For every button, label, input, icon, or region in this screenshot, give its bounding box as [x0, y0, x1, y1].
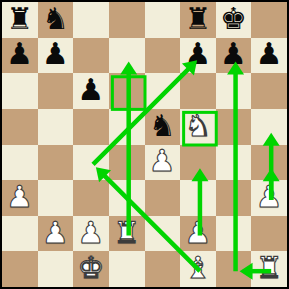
square-g8[interactable]: ♚: [216, 2, 252, 38]
square-c6[interactable]: ♟: [73, 73, 109, 109]
square-e2[interactable]: [145, 216, 181, 252]
board-squares: ♜♞♜♚♟♟♟♟♟♟♞♞♟♟♟♟♟♜♟♚♝♜: [2, 2, 287, 287]
white-pawn-piece[interactable]: ♟: [256, 182, 283, 212]
square-h3[interactable]: ♟: [251, 180, 287, 216]
black-knight-piece[interactable]: ♞: [42, 4, 69, 34]
black-pawn-piece[interactable]: ♟: [256, 39, 283, 69]
white-pawn-piece[interactable]: ♟: [184, 218, 211, 248]
square-e5[interactable]: ♞: [145, 109, 181, 145]
white-pawn-piece[interactable]: ♟: [78, 218, 105, 248]
white-rook-piece[interactable]: ♜: [256, 253, 283, 283]
square-f2[interactable]: ♟: [180, 216, 216, 252]
square-c7[interactable]: [73, 38, 109, 74]
square-g6[interactable]: [216, 73, 252, 109]
square-h6[interactable]: [251, 73, 287, 109]
square-e8[interactable]: [145, 2, 181, 38]
square-a2[interactable]: [2, 216, 38, 252]
black-pawn-piece[interactable]: ♟: [6, 39, 33, 69]
square-g1[interactable]: [216, 251, 252, 287]
square-e6[interactable]: [145, 73, 181, 109]
square-d8[interactable]: [109, 2, 145, 38]
square-b7[interactable]: ♟: [38, 38, 74, 74]
square-b8[interactable]: ♞: [38, 2, 74, 38]
square-d7[interactable]: [109, 38, 145, 74]
black-pawn-piece[interactable]: ♟: [78, 75, 105, 105]
square-d3[interactable]: [109, 180, 145, 216]
white-pawn-piece[interactable]: ♟: [149, 146, 176, 176]
square-h7[interactable]: ♟: [251, 38, 287, 74]
square-a3[interactable]: ♟: [2, 180, 38, 216]
chess-app: ♜♞♜♚♟♟♟♟♟♟♞♞♟♟♟♟♟♜♟♚♝♜: [0, 0, 289, 289]
square-d4[interactable]: [109, 145, 145, 181]
square-c5[interactable]: [73, 109, 109, 145]
square-f7[interactable]: ♟: [180, 38, 216, 74]
square-a4[interactable]: [2, 145, 38, 181]
square-e3[interactable]: [145, 180, 181, 216]
square-f4[interactable]: [180, 145, 216, 181]
square-a5[interactable]: [2, 109, 38, 145]
black-pawn-piece[interactable]: ♟: [42, 39, 69, 69]
square-b3[interactable]: [38, 180, 74, 216]
square-a8[interactable]: ♜: [2, 2, 38, 38]
square-b5[interactable]: [38, 109, 74, 145]
chess-board: ♜♞♜♚♟♟♟♟♟♟♞♞♟♟♟♟♟♜♟♚♝♜: [0, 0, 289, 289]
white-rook-piece[interactable]: ♜: [113, 218, 140, 248]
square-d2[interactable]: ♜: [109, 216, 145, 252]
square-g2[interactable]: [216, 216, 252, 252]
square-a7[interactable]: ♟: [2, 38, 38, 74]
square-c8[interactable]: [73, 2, 109, 38]
square-e4[interactable]: ♟: [145, 145, 181, 181]
white-knight-piece[interactable]: ♞: [184, 111, 211, 141]
square-b2[interactable]: ♟: [38, 216, 74, 252]
square-d6[interactable]: [109, 73, 145, 109]
square-a1[interactable]: [2, 251, 38, 287]
square-f5[interactable]: ♞: [180, 109, 216, 145]
square-f8[interactable]: ♜: [180, 2, 216, 38]
square-b6[interactable]: [38, 73, 74, 109]
square-c1[interactable]: ♚: [73, 251, 109, 287]
square-g4[interactable]: [216, 145, 252, 181]
black-king-piece[interactable]: ♚: [220, 4, 247, 34]
black-knight-piece[interactable]: ♞: [149, 111, 176, 141]
white-bishop-piece[interactable]: ♝: [184, 253, 211, 283]
black-pawn-piece[interactable]: ♟: [184, 39, 211, 69]
square-a6[interactable]: [2, 73, 38, 109]
white-pawn-piece[interactable]: ♟: [42, 218, 69, 248]
square-c2[interactable]: ♟: [73, 216, 109, 252]
square-e7[interactable]: [145, 38, 181, 74]
square-d1[interactable]: [109, 251, 145, 287]
square-b1[interactable]: [38, 251, 74, 287]
square-g3[interactable]: [216, 180, 252, 216]
black-rook-piece[interactable]: ♜: [6, 4, 33, 34]
white-pawn-piece[interactable]: ♟: [6, 182, 33, 212]
black-pawn-piece[interactable]: ♟: [220, 39, 247, 69]
square-h2[interactable]: [251, 216, 287, 252]
square-f6[interactable]: [180, 73, 216, 109]
square-b4[interactable]: [38, 145, 74, 181]
square-h4[interactable]: [251, 145, 287, 181]
square-h1[interactable]: ♜: [251, 251, 287, 287]
black-rook-piece[interactable]: ♜: [184, 4, 211, 34]
square-h8[interactable]: [251, 2, 287, 38]
square-f3[interactable]: [180, 180, 216, 216]
square-d5[interactable]: [109, 109, 145, 145]
white-king-piece[interactable]: ♚: [78, 253, 105, 283]
square-f1[interactable]: ♝: [180, 251, 216, 287]
square-c4[interactable]: [73, 145, 109, 181]
square-e1[interactable]: [145, 251, 181, 287]
square-g7[interactable]: ♟: [216, 38, 252, 74]
square-h5[interactable]: [251, 109, 287, 145]
square-g5[interactable]: [216, 109, 252, 145]
square-c3[interactable]: [73, 180, 109, 216]
